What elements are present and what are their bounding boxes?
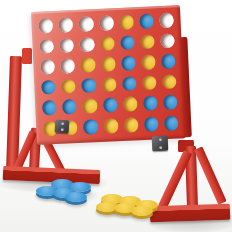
cell-r2c6[interactable]: [137, 31, 158, 52]
blue-disc: [144, 116, 159, 131]
empty-hole: [58, 17, 73, 32]
latch-left: [55, 120, 70, 134]
empty-hole: [99, 15, 114, 30]
empty-hole: [80, 37, 95, 52]
cell-r3c4[interactable]: [98, 53, 119, 74]
board-side-edge: [180, 37, 192, 137]
empty-hole: [79, 16, 94, 31]
cell-r3c7[interactable]: [158, 51, 179, 72]
blue-disc: [121, 56, 136, 71]
cell-r1c4[interactable]: [96, 12, 117, 33]
cell-r4c5[interactable]: [119, 73, 140, 94]
yellow-disc: [119, 14, 134, 29]
cell-r5c7[interactable]: [160, 92, 181, 113]
yellow-disc: [100, 36, 115, 51]
cell-r3c2[interactable]: [57, 55, 78, 76]
right-trestle-right-brace: [194, 146, 227, 204]
cell-r1c1[interactable]: [35, 15, 56, 36]
cell-r3c1[interactable]: [37, 56, 58, 77]
blue-disc: [81, 78, 96, 93]
blue-disc: [41, 80, 56, 95]
blue-disc: [120, 35, 135, 50]
latch-right: [152, 136, 169, 152]
cell-r4c2[interactable]: [58, 76, 79, 97]
empty-hole: [60, 58, 75, 73]
blue-disc: [62, 99, 77, 114]
cell-r3c3[interactable]: [77, 54, 98, 75]
cell-r6c3[interactable]: [80, 116, 101, 137]
loose-yellow-disc: [131, 206, 153, 216]
loose-blue-disc: [65, 192, 87, 202]
cell-r1c5[interactable]: [116, 11, 137, 32]
cell-r6c4[interactable]: [100, 115, 121, 136]
cell-r2c1[interactable]: [36, 35, 57, 56]
cell-r4c7[interactable]: [159, 71, 180, 92]
yellow-disc: [103, 118, 118, 133]
cell-r3c5[interactable]: [118, 52, 139, 73]
cell-r5c6[interactable]: [140, 93, 161, 114]
left-trestle-clamp: [22, 48, 32, 64]
cell-r1c2[interactable]: [55, 14, 76, 35]
right-trestle-base: [150, 204, 231, 223]
yellow-disc: [61, 79, 76, 94]
blue-disc: [83, 119, 98, 134]
cell-r2c7[interactable]: [157, 30, 178, 51]
yellow-disc: [141, 55, 156, 70]
cell-r3c6[interactable]: [138, 51, 159, 72]
cell-r5c2[interactable]: [59, 96, 80, 117]
yellow-disc: [82, 98, 97, 113]
yellow-disc: [101, 56, 116, 71]
cell-r6c7[interactable]: [161, 112, 182, 133]
blue-disc: [143, 96, 158, 111]
blue-disc: [103, 98, 118, 113]
empty-hole: [40, 59, 55, 74]
cell-r1c3[interactable]: [76, 13, 97, 34]
connect-four-product-photo: [0, 0, 232, 232]
empty-hole: [160, 33, 175, 48]
blue-disc: [42, 100, 57, 115]
empty-hole: [39, 39, 54, 54]
cell-r2c4[interactable]: [97, 33, 118, 54]
cell-r5c1[interactable]: [39, 97, 60, 118]
blue-disc: [122, 76, 137, 91]
yellow-disc: [124, 117, 139, 132]
empty-hole: [38, 18, 53, 33]
cell-r2c5[interactable]: [117, 32, 138, 53]
cell-r4c6[interactable]: [139, 72, 160, 93]
empty-hole: [59, 38, 74, 53]
cell-r5c5[interactable]: [120, 94, 141, 115]
cell-r1c7[interactable]: [156, 9, 177, 30]
cell-r4c1[interactable]: [38, 77, 59, 98]
yellow-disc: [81, 57, 96, 72]
yellow-disc: [123, 97, 138, 112]
yellow-disc: [140, 34, 155, 49]
cell-r5c4[interactable]: [99, 94, 120, 115]
cell-r5c3[interactable]: [79, 95, 100, 116]
cell-r6c5[interactable]: [121, 114, 142, 135]
yellow-disc: [162, 74, 177, 89]
blue-disc: [164, 115, 179, 130]
cell-r2c3[interactable]: [76, 34, 97, 55]
blue-disc: [163, 95, 178, 110]
empty-hole: [159, 13, 174, 28]
yellow-disc: [142, 75, 157, 90]
cell-r6c6[interactable]: [141, 113, 162, 134]
cell-r4c3[interactable]: [78, 75, 99, 96]
cell-r2c2[interactable]: [56, 35, 77, 56]
blue-disc: [161, 54, 176, 69]
cell-r1c6[interactable]: [136, 10, 157, 31]
cell-r4c4[interactable]: [98, 74, 119, 95]
blue-disc: [139, 13, 154, 28]
yellow-disc: [102, 77, 117, 92]
